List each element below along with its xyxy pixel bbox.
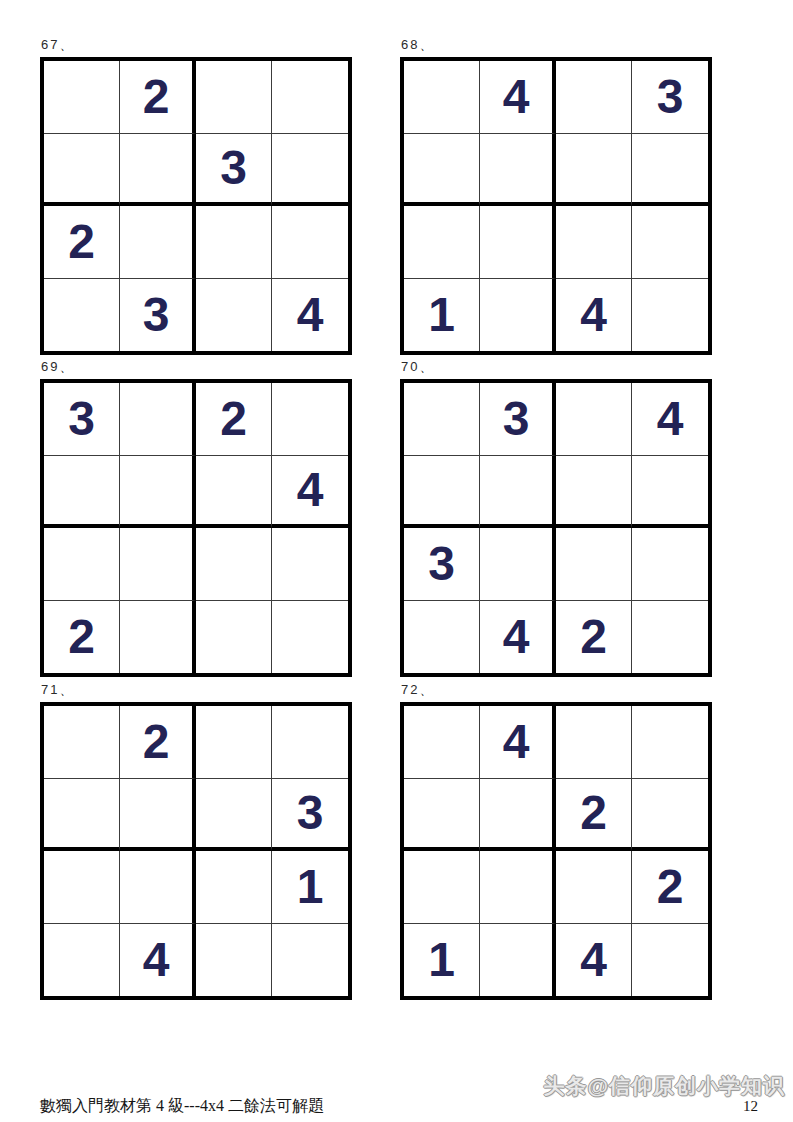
empty-cell[interactable] xyxy=(272,206,348,279)
given-cell: 4 xyxy=(272,456,348,529)
given-cell: 2 xyxy=(556,779,632,852)
puzzle-70: 70、 34342 xyxy=(400,359,712,677)
given-cell: 3 xyxy=(272,779,348,852)
empty-cell[interactable] xyxy=(404,134,480,207)
empty-cell[interactable] xyxy=(556,383,632,456)
given-cell: 3 xyxy=(632,61,708,134)
empty-cell[interactable] xyxy=(272,601,348,674)
empty-cell[interactable] xyxy=(632,779,708,852)
empty-cell[interactable] xyxy=(556,528,632,601)
given-cell: 2 xyxy=(556,601,632,674)
empty-cell[interactable] xyxy=(480,924,556,997)
empty-cell[interactable] xyxy=(556,456,632,529)
empty-cell[interactable] xyxy=(632,528,708,601)
empty-cell[interactable] xyxy=(404,601,480,674)
empty-cell[interactable] xyxy=(272,61,348,134)
empty-cell[interactable] xyxy=(632,924,708,997)
empty-cell[interactable] xyxy=(120,528,196,601)
given-cell: 2 xyxy=(120,61,196,134)
empty-cell[interactable] xyxy=(196,779,272,852)
sudoku-board-69: 3242 xyxy=(40,379,352,677)
given-cell: 3 xyxy=(44,383,120,456)
empty-cell[interactable] xyxy=(196,706,272,779)
given-cell: 4 xyxy=(272,279,348,352)
empty-cell[interactable] xyxy=(44,456,120,529)
empty-cell[interactable] xyxy=(404,61,480,134)
empty-cell[interactable] xyxy=(632,601,708,674)
given-cell: 1 xyxy=(404,279,480,352)
empty-cell[interactable] xyxy=(404,779,480,852)
given-cell: 2 xyxy=(44,601,120,674)
sudoku-board-67: 23234 xyxy=(40,57,352,355)
empty-cell[interactable] xyxy=(120,134,196,207)
empty-cell[interactable] xyxy=(632,706,708,779)
empty-cell[interactable] xyxy=(196,851,272,924)
empty-cell[interactable] xyxy=(480,528,556,601)
empty-cell[interactable] xyxy=(196,528,272,601)
empty-cell[interactable] xyxy=(120,851,196,924)
given-cell: 2 xyxy=(632,851,708,924)
empty-cell[interactable] xyxy=(480,456,556,529)
empty-cell[interactable] xyxy=(404,383,480,456)
empty-cell[interactable] xyxy=(44,779,120,852)
puzzle-68: 68、 4314 xyxy=(400,37,712,355)
empty-cell[interactable] xyxy=(272,706,348,779)
empty-cell[interactable] xyxy=(196,279,272,352)
puzzle-72: 72、 42214 xyxy=(400,682,712,1000)
empty-cell[interactable] xyxy=(272,383,348,456)
empty-cell[interactable] xyxy=(44,279,120,352)
empty-cell[interactable] xyxy=(44,61,120,134)
empty-cell[interactable] xyxy=(120,779,196,852)
empty-cell[interactable] xyxy=(480,279,556,352)
given-cell: 3 xyxy=(480,383,556,456)
empty-cell[interactable] xyxy=(44,528,120,601)
given-cell: 1 xyxy=(272,851,348,924)
given-cell: 4 xyxy=(480,61,556,134)
empty-cell[interactable] xyxy=(480,134,556,207)
empty-cell[interactable] xyxy=(556,134,632,207)
given-cell: 3 xyxy=(404,528,480,601)
sudoku-board-70: 34342 xyxy=(400,379,712,677)
empty-cell[interactable] xyxy=(404,206,480,279)
empty-cell[interactable] xyxy=(196,61,272,134)
sudoku-board-71: 2314 xyxy=(40,702,352,1000)
given-cell: 1 xyxy=(404,924,480,997)
puzzle-number-label: 67、 xyxy=(41,37,352,53)
empty-cell[interactable] xyxy=(120,383,196,456)
empty-cell[interactable] xyxy=(556,61,632,134)
empty-cell[interactable] xyxy=(480,851,556,924)
sudoku-board-68: 4314 xyxy=(400,57,712,355)
given-cell: 4 xyxy=(480,601,556,674)
empty-cell[interactable] xyxy=(556,851,632,924)
empty-cell[interactable] xyxy=(632,279,708,352)
given-cell: 3 xyxy=(120,279,196,352)
page-number: 12 xyxy=(743,1098,758,1115)
given-cell: 4 xyxy=(556,924,632,997)
puzzle-number-label: 68、 xyxy=(401,37,712,53)
empty-cell[interactable] xyxy=(120,206,196,279)
given-cell: 2 xyxy=(196,383,272,456)
empty-cell[interactable] xyxy=(196,456,272,529)
puzzle-67: 67、 23234 xyxy=(40,37,352,355)
empty-cell[interactable] xyxy=(44,134,120,207)
puzzle-number-label: 72、 xyxy=(401,682,712,698)
given-cell: 4 xyxy=(556,279,632,352)
sudoku-board-72: 42214 xyxy=(400,702,712,1000)
footer-title: 數獨入門教材第 4 級---4x4 二餘法可解題 xyxy=(40,1096,324,1117)
puzzle-number-label: 71、 xyxy=(41,682,352,698)
empty-cell[interactable] xyxy=(196,601,272,674)
empty-cell[interactable] xyxy=(120,456,196,529)
empty-cell[interactable] xyxy=(556,206,632,279)
empty-cell[interactable] xyxy=(480,779,556,852)
empty-cell[interactable] xyxy=(556,706,632,779)
empty-cell[interactable] xyxy=(404,706,480,779)
given-cell: 4 xyxy=(120,924,196,997)
given-cell: 4 xyxy=(632,383,708,456)
empty-cell[interactable] xyxy=(196,924,272,997)
empty-cell[interactable] xyxy=(480,206,556,279)
puzzle-number-label: 70、 xyxy=(401,359,712,375)
empty-cell[interactable] xyxy=(632,456,708,529)
empty-cell[interactable] xyxy=(44,706,120,779)
puzzle-69: 69、 3242 xyxy=(40,359,352,677)
given-cell: 3 xyxy=(196,134,272,207)
given-cell: 2 xyxy=(44,206,120,279)
empty-cell[interactable] xyxy=(44,851,120,924)
given-cell: 4 xyxy=(480,706,556,779)
toutiao-watermark: 头条@信仰原创小学知识 xyxy=(544,1072,785,1100)
empty-cell[interactable] xyxy=(632,134,708,207)
empty-cell[interactable] xyxy=(272,528,348,601)
empty-cell[interactable] xyxy=(272,134,348,207)
empty-cell[interactable] xyxy=(120,601,196,674)
empty-cell[interactable] xyxy=(404,851,480,924)
given-cell: 2 xyxy=(120,706,196,779)
puzzle-71: 71、 2314 xyxy=(40,682,352,1000)
empty-cell[interactable] xyxy=(44,924,120,997)
sudoku-worksheet-page: 67、 23234 68、 4314 69、 3242 70、 34342 71… xyxy=(0,0,793,1122)
empty-cell[interactable] xyxy=(632,206,708,279)
puzzle-number-label: 69、 xyxy=(41,359,352,375)
empty-cell[interactable] xyxy=(404,456,480,529)
empty-cell[interactable] xyxy=(272,924,348,997)
empty-cell[interactable] xyxy=(196,206,272,279)
